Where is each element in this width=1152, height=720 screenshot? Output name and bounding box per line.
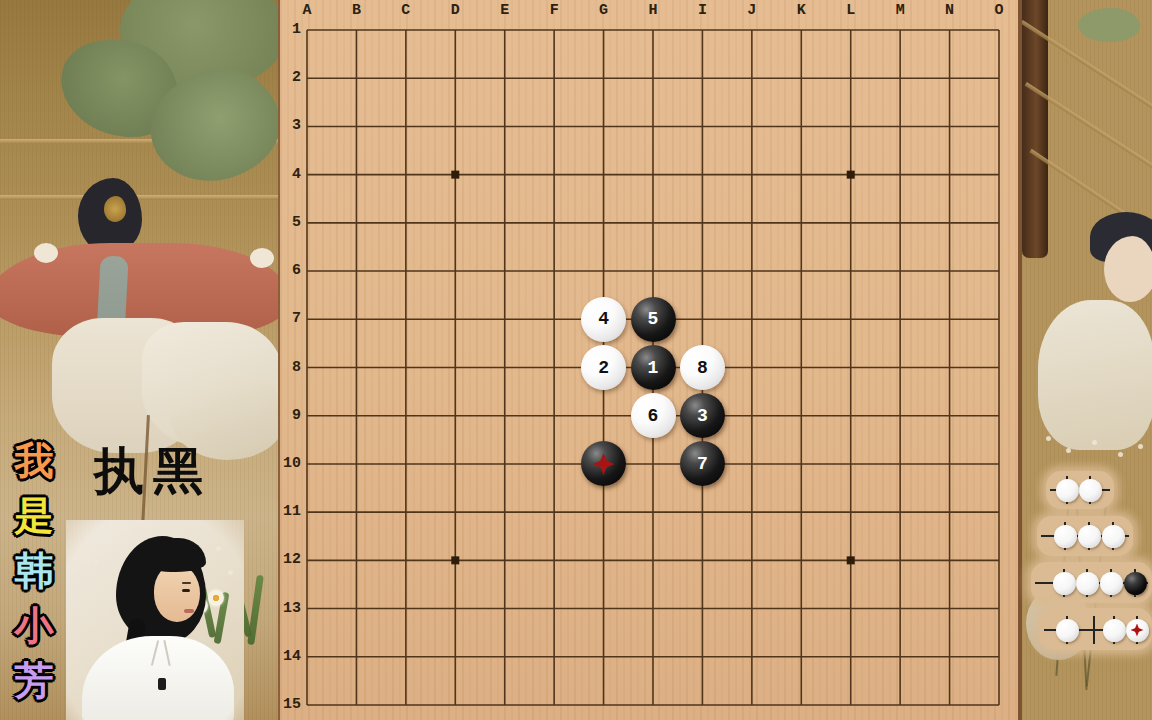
stone-white-4[interactable]: 4 — [581, 297, 626, 342]
column-label: G — [593, 2, 615, 20]
column-label: F — [543, 2, 565, 20]
stone-black-3[interactable]: 3 — [680, 393, 725, 438]
diagram-line — [1093, 616, 1095, 644]
face-of-painted-lady — [1104, 236, 1152, 302]
row-label: 3 — [280, 117, 301, 135]
name-character: 是 — [8, 491, 60, 546]
diagram-stone-black — [1124, 572, 1147, 595]
mini-diagram-2 — [1037, 516, 1133, 556]
row-label: 13 — [280, 600, 301, 618]
presenter-face — [154, 564, 200, 622]
mini-diagram-3 — [1031, 562, 1152, 603]
row-label: 9 — [280, 407, 301, 425]
mini-diagram-4 — [1040, 608, 1152, 650]
move-number: 7 — [697, 454, 708, 474]
stone-black-5[interactable]: 5 — [631, 297, 676, 342]
column-label: H — [642, 2, 664, 20]
white-robe — [1038, 300, 1152, 450]
column-label: K — [790, 2, 812, 20]
plum-blossom — [94, 560, 99, 565]
name-character: 芳 — [8, 656, 60, 711]
column-label: A — [296, 2, 318, 20]
row-label: 5 — [280, 214, 301, 232]
diagram-stone-white — [1076, 572, 1099, 595]
playing-black-caption: 执黑 — [94, 438, 212, 505]
plum-blossom — [216, 546, 221, 551]
move-number: 3 — [697, 406, 708, 426]
stone-black-1[interactable]: 1 — [631, 345, 676, 390]
blossom — [1092, 440, 1097, 445]
row-label: 14 — [280, 648, 301, 666]
column-label: J — [741, 2, 763, 20]
column-label: E — [494, 2, 516, 20]
row-label: 6 — [280, 262, 301, 280]
diagram-stone-white — [1053, 572, 1076, 595]
blossom — [1138, 444, 1143, 449]
move-number: 4 — [598, 309, 609, 329]
column-label: B — [345, 2, 367, 20]
stone-white-2[interactable]: 2 — [581, 345, 626, 390]
row-label: 11 — [280, 503, 301, 521]
diagram-stone-white — [1056, 619, 1079, 642]
row-label: 15 — [280, 696, 301, 714]
diagram-stone-white — [1103, 619, 1126, 642]
presenter-lips — [184, 609, 194, 613]
row-label: 8 — [280, 359, 301, 377]
name-character: 韩 — [8, 546, 60, 601]
mini-diagram-1 — [1046, 471, 1114, 509]
row-label: 2 — [280, 69, 301, 87]
diagram-stone-white — [1054, 525, 1077, 548]
row-label: 12 — [280, 551, 301, 569]
column-label: O — [988, 2, 1010, 20]
row-label: 1 — [280, 21, 301, 39]
column-label: D — [444, 2, 466, 20]
diagram-stone-white — [1079, 479, 1102, 502]
diagram-stone-white — [1100, 572, 1123, 595]
name-character: 小 — [8, 601, 60, 656]
presenter-eye — [182, 589, 190, 592]
column-label: C — [395, 2, 417, 20]
move-number: 5 — [648, 309, 659, 329]
clip-microphone — [158, 678, 166, 690]
name-character: 我 — [8, 436, 60, 491]
diagram-stone-white — [1056, 479, 1079, 502]
plum-blossom — [78, 538, 83, 543]
hand — [250, 248, 274, 268]
move-number: 2 — [598, 358, 609, 378]
column-label: I — [691, 2, 713, 20]
diagram-stone-white-cross — [1126, 619, 1149, 642]
column-label: M — [889, 2, 911, 20]
hair-ornament — [104, 196, 126, 222]
plum-blossom — [228, 570, 233, 575]
current-move-cross-marker — [593, 453, 615, 475]
presenter-photo — [66, 520, 244, 720]
red-cross-marker — [1131, 624, 1144, 637]
row-label: 7 — [280, 310, 301, 328]
hand — [34, 243, 58, 263]
column-label: N — [939, 2, 961, 20]
move-number: 6 — [648, 406, 659, 426]
go-board[interactable]: ABCDEFGHIJKLMNO123456789101112131415 452… — [278, 0, 1022, 720]
stone-white-6[interactable]: 6 — [631, 393, 676, 438]
diagram-stone-white — [1078, 525, 1101, 548]
row-label: 4 — [280, 166, 301, 184]
leaf — [1078, 8, 1140, 42]
move-number: 1 — [648, 358, 659, 378]
presenter-name-vertical: 我是韩小芳 — [8, 436, 60, 711]
daffodil-flower — [208, 590, 224, 606]
stone-white-8[interactable]: 8 — [680, 345, 725, 390]
blossom — [1066, 448, 1071, 453]
column-label: L — [840, 2, 862, 20]
diagram-stone-white — [1102, 525, 1125, 548]
presenter-eyebrow — [182, 582, 191, 584]
move-number: 8 — [697, 358, 708, 378]
blossom — [1118, 452, 1123, 457]
blossom — [1046, 436, 1051, 441]
bamboo-pole — [0, 195, 278, 200]
row-label: 10 — [280, 455, 301, 473]
video-frame: ABCDEFGHIJKLMNO123456789101112131415 452… — [0, 0, 1152, 720]
